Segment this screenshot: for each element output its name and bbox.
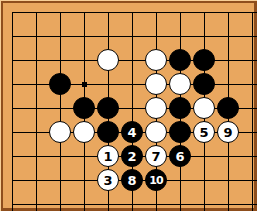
stone-black-move-4: 4 bbox=[121, 121, 143, 143]
stone-black bbox=[217, 97, 239, 119]
stone-white bbox=[169, 73, 191, 95]
stone-white bbox=[193, 97, 215, 119]
stone-white bbox=[145, 97, 167, 119]
stone-white bbox=[49, 121, 71, 143]
stone-white-move-9: 9 bbox=[217, 121, 239, 143]
stone-black-move-6: 6 bbox=[169, 145, 191, 167]
stone-black-move-10: 10 bbox=[145, 169, 167, 191]
stone-black-move-8: 8 bbox=[121, 169, 143, 191]
stone-white-move-7: 7 bbox=[145, 145, 167, 167]
stone-black bbox=[193, 49, 215, 71]
stone-black bbox=[169, 121, 191, 143]
stone-black bbox=[97, 121, 119, 143]
stone-black bbox=[169, 49, 191, 71]
stone-black bbox=[49, 73, 71, 95]
stone-black bbox=[97, 97, 119, 119]
stone-white bbox=[97, 49, 119, 71]
stones-layer: 45912763810 bbox=[0, 0, 257, 211]
stone-white bbox=[145, 73, 167, 95]
stone-white-move-3: 3 bbox=[97, 169, 119, 191]
stone-white-move-1: 1 bbox=[97, 145, 119, 167]
stone-black-move-2: 2 bbox=[121, 145, 143, 167]
stone-white bbox=[73, 121, 95, 143]
stone-white-move-5: 5 bbox=[193, 121, 215, 143]
stone-white bbox=[145, 49, 167, 71]
stone-white bbox=[145, 121, 167, 143]
stone-black bbox=[169, 97, 191, 119]
goban: 45912763810 bbox=[0, 0, 257, 211]
stone-black bbox=[193, 73, 215, 95]
stone-black bbox=[73, 97, 95, 119]
